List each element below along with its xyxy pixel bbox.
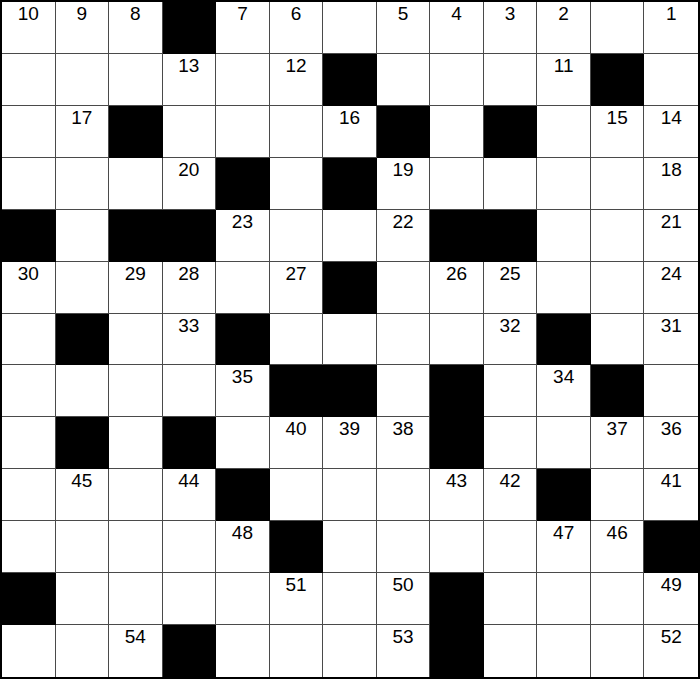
clue-number: 13	[163, 56, 216, 77]
cell-r11c9[interactable]	[430, 521, 484, 573]
cell-r4c3[interactable]	[109, 158, 163, 210]
cell-r13c6[interactable]	[270, 625, 324, 677]
cell-r2c3[interactable]	[109, 54, 163, 106]
cell-r10c12[interactable]	[591, 469, 645, 521]
cell-r12c11[interactable]	[537, 573, 591, 625]
cell-r10c4[interactable]: 44	[163, 469, 217, 521]
clue-number: 17	[56, 108, 109, 129]
cell-r11c11[interactable]: 47	[537, 521, 591, 573]
cell-r7c6[interactable]	[270, 314, 324, 366]
cell-r2c8[interactable]	[377, 54, 431, 106]
cell-r6c5[interactable]	[216, 262, 270, 314]
black-cell-r12c9	[430, 573, 484, 625]
clue-number: 54	[109, 627, 162, 648]
cell-r5c6[interactable]	[270, 210, 324, 262]
cell-r6c1[interactable]: 30	[2, 262, 56, 314]
cell-r6c2[interactable]	[56, 262, 110, 314]
cell-r10c13[interactable]: 41	[644, 469, 698, 521]
cell-r2c6[interactable]: 12	[270, 54, 324, 106]
clue-number: 4	[430, 4, 483, 25]
cell-r5c8[interactable]: 22	[377, 210, 431, 262]
cell-r11c2[interactable]	[56, 521, 110, 573]
cell-r8c3[interactable]	[109, 365, 163, 417]
black-cell-r9c2	[56, 417, 110, 469]
cell-r1c10[interactable]: 3	[484, 2, 538, 54]
cell-r12c13[interactable]: 49	[644, 573, 698, 625]
black-cell-r7c5	[216, 314, 270, 366]
cell-r7c10[interactable]: 32	[484, 314, 538, 366]
cell-r8c2[interactable]	[56, 365, 110, 417]
crossword-board: 1098765432113121117161514201918232221302…	[0, 0, 700, 679]
black-cell-r8c6	[270, 365, 324, 417]
black-cell-r9c4	[163, 417, 217, 469]
black-cell-r5c10	[484, 210, 538, 262]
cell-r2c10[interactable]	[484, 54, 538, 106]
cell-r9c10[interactable]	[484, 417, 538, 469]
cell-r8c11[interactable]: 34	[537, 365, 591, 417]
cell-r2c9[interactable]	[430, 54, 484, 106]
cell-r5c2[interactable]	[56, 210, 110, 262]
black-cell-r11c6	[270, 521, 324, 573]
cell-r11c12[interactable]: 46	[591, 521, 645, 573]
cell-r12c4[interactable]	[163, 573, 217, 625]
cell-r7c7[interactable]	[323, 314, 377, 366]
cell-r13c7[interactable]	[323, 625, 377, 677]
black-cell-r7c2	[56, 314, 110, 366]
black-cell-r8c9	[430, 365, 484, 417]
cell-r13c8[interactable]: 53	[377, 625, 431, 677]
cell-r1c11[interactable]: 2	[537, 2, 591, 54]
black-cell-r6c7	[323, 262, 377, 314]
cell-r13c12[interactable]	[591, 625, 645, 677]
black-cell-r8c12	[591, 365, 645, 417]
clue-number: 45	[56, 471, 109, 492]
cell-r13c10[interactable]	[484, 625, 538, 677]
clue-number: 40	[270, 419, 323, 440]
black-cell-r4c7	[323, 158, 377, 210]
cell-r2c13[interactable]	[644, 54, 698, 106]
cell-r4c8[interactable]: 19	[377, 158, 431, 210]
black-cell-r10c5	[216, 469, 270, 521]
cell-r4c11[interactable]	[537, 158, 591, 210]
cell-r3c9[interactable]	[430, 106, 484, 158]
cell-r1c8[interactable]: 5	[377, 2, 431, 54]
black-cell-r3c3	[109, 106, 163, 158]
cell-r13c1[interactable]	[2, 625, 56, 677]
clue-number: 7	[216, 4, 269, 25]
clue-number: 43	[430, 471, 483, 492]
black-cell-r3c10	[484, 106, 538, 158]
clue-number: 49	[644, 575, 698, 596]
black-cell-r8c7	[323, 365, 377, 417]
cell-r4c2[interactable]	[56, 158, 110, 210]
clue-number: 44	[163, 471, 216, 492]
cell-r7c13[interactable]: 31	[644, 314, 698, 366]
cell-r12c12[interactable]	[591, 573, 645, 625]
clue-number: 34	[537, 367, 590, 388]
cell-r2c5[interactable]	[216, 54, 270, 106]
cell-r8c5[interactable]: 35	[216, 365, 270, 417]
cell-r11c3[interactable]	[109, 521, 163, 573]
cell-r12c2[interactable]	[56, 573, 110, 625]
cell-r1c9[interactable]: 4	[430, 2, 484, 54]
cell-r11c4[interactable]	[163, 521, 217, 573]
cell-r3c6[interactable]	[270, 106, 324, 158]
clue-number: 12	[270, 56, 323, 77]
clue-number: 41	[644, 471, 698, 492]
cell-r3c5[interactable]	[216, 106, 270, 158]
clue-number: 9	[56, 4, 109, 25]
black-cell-r5c4	[163, 210, 217, 262]
cell-r5c7[interactable]	[323, 210, 377, 262]
cell-r11c5[interactable]: 48	[216, 521, 270, 573]
clue-number: 52	[644, 627, 698, 648]
cell-r3c2[interactable]: 17	[56, 106, 110, 158]
cell-r9c8[interactable]: 38	[377, 417, 431, 469]
cell-r8c8[interactable]	[377, 365, 431, 417]
cell-r5c11[interactable]	[537, 210, 591, 262]
cell-r10c6[interactable]	[270, 469, 324, 521]
cell-r1c13[interactable]: 1	[644, 2, 698, 54]
black-cell-r5c9	[430, 210, 484, 262]
cell-r3c13[interactable]: 14	[644, 106, 698, 158]
cell-r10c2[interactable]: 45	[56, 469, 110, 521]
cell-r6c8[interactable]	[377, 262, 431, 314]
cell-r8c10[interactable]	[484, 365, 538, 417]
cell-r12c10[interactable]	[484, 573, 538, 625]
cell-r1c3[interactable]: 8	[109, 2, 163, 54]
clue-number: 50	[377, 575, 430, 596]
black-cell-r1c4	[163, 2, 217, 54]
cell-r8c1[interactable]	[2, 365, 56, 417]
cell-r5c13[interactable]: 21	[644, 210, 698, 262]
cell-r9c7[interactable]: 39	[323, 417, 377, 469]
cell-r9c5[interactable]	[216, 417, 270, 469]
clue-number: 2	[537, 4, 590, 25]
cell-r7c4[interactable]: 33	[163, 314, 217, 366]
cell-r9c6[interactable]: 40	[270, 417, 324, 469]
clue-number: 8	[109, 4, 162, 25]
clue-number: 15	[591, 108, 644, 129]
clue-number: 39	[323, 419, 376, 440]
black-cell-r3c8	[377, 106, 431, 158]
cell-r4c4[interactable]: 20	[163, 158, 217, 210]
cell-r12c6[interactable]: 51	[270, 573, 324, 625]
cell-r7c3[interactable]	[109, 314, 163, 366]
cell-r7c1[interactable]	[2, 314, 56, 366]
cell-r7c8[interactable]	[377, 314, 431, 366]
cell-r8c4[interactable]	[163, 365, 217, 417]
cell-r6c12[interactable]	[591, 262, 645, 314]
cell-r6c3[interactable]: 29	[109, 262, 163, 314]
black-cell-r7c11	[537, 314, 591, 366]
clue-number: 19	[377, 160, 430, 181]
cell-r9c13[interactable]: 36	[644, 417, 698, 469]
cell-r12c5[interactable]	[216, 573, 270, 625]
cell-r13c3[interactable]: 54	[109, 625, 163, 677]
black-cell-r2c7	[323, 54, 377, 106]
cell-r4c12[interactable]	[591, 158, 645, 210]
cell-r13c11[interactable]	[537, 625, 591, 677]
black-cell-r11c13	[644, 521, 698, 573]
cell-r9c12[interactable]: 37	[591, 417, 645, 469]
cell-r3c1[interactable]	[2, 106, 56, 158]
clue-number: 21	[644, 212, 698, 233]
cell-r6c6[interactable]: 27	[270, 262, 324, 314]
cell-r11c1[interactable]	[2, 521, 56, 573]
cell-r3c4[interactable]	[163, 106, 217, 158]
cell-r6c9[interactable]: 26	[430, 262, 484, 314]
black-cell-r12c1	[2, 573, 56, 625]
clue-number: 16	[323, 108, 376, 129]
clue-number: 20	[163, 160, 216, 181]
cell-r13c13[interactable]: 52	[644, 625, 698, 677]
cell-r10c10[interactable]: 42	[484, 469, 538, 521]
black-cell-r5c3	[109, 210, 163, 262]
clue-number: 37	[591, 419, 644, 440]
cell-r7c9[interactable]	[430, 314, 484, 366]
cell-r12c8[interactable]: 50	[377, 573, 431, 625]
clue-number: 11	[537, 56, 590, 77]
cell-r11c8[interactable]	[377, 521, 431, 573]
cell-r2c11[interactable]: 11	[537, 54, 591, 106]
clue-number: 48	[216, 523, 269, 544]
cell-r1c6[interactable]: 6	[270, 2, 324, 54]
black-cell-r10c11	[537, 469, 591, 521]
cell-r10c3[interactable]	[109, 469, 163, 521]
black-cell-r4c5	[216, 158, 270, 210]
cell-r6c13[interactable]: 24	[644, 262, 698, 314]
cell-r11c10[interactable]	[484, 521, 538, 573]
cell-r10c1[interactable]	[2, 469, 56, 521]
cell-r13c5[interactable]	[216, 625, 270, 677]
clue-number: 28	[163, 264, 216, 285]
cell-r9c1[interactable]	[2, 417, 56, 469]
black-cell-r2c12	[591, 54, 645, 106]
cell-r9c3[interactable]	[109, 417, 163, 469]
clue-number: 32	[484, 316, 537, 337]
clue-number: 33	[163, 316, 216, 337]
cell-r4c10[interactable]	[484, 158, 538, 210]
cell-r6c4[interactable]: 28	[163, 262, 217, 314]
cell-r13c2[interactable]	[56, 625, 110, 677]
cell-r2c2[interactable]	[56, 54, 110, 106]
cell-r2c1[interactable]	[2, 54, 56, 106]
clue-number: 36	[644, 419, 698, 440]
cell-r10c7[interactable]	[323, 469, 377, 521]
cell-r10c9[interactable]: 43	[430, 469, 484, 521]
clue-number: 26	[430, 264, 483, 285]
cell-r1c5[interactable]: 7	[216, 2, 270, 54]
cell-r7c12[interactable]	[591, 314, 645, 366]
cell-r1c7[interactable]	[323, 2, 377, 54]
cell-r8c13[interactable]	[644, 365, 698, 417]
cell-r12c7[interactable]	[323, 573, 377, 625]
clue-number: 35	[216, 367, 269, 388]
cell-r11c7[interactable]	[323, 521, 377, 573]
cell-r1c2[interactable]: 9	[56, 2, 110, 54]
clue-number: 46	[591, 523, 644, 544]
cell-r3c12[interactable]: 15	[591, 106, 645, 158]
clue-number: 10	[2, 4, 55, 25]
clue-number: 31	[644, 316, 698, 337]
clue-number: 24	[644, 264, 698, 285]
cell-r1c12[interactable]	[591, 2, 645, 54]
clue-number: 23	[216, 212, 269, 233]
clue-number: 47	[537, 523, 590, 544]
cell-r5c12[interactable]	[591, 210, 645, 262]
cell-r1c1[interactable]: 10	[2, 2, 56, 54]
clue-number: 30	[2, 264, 55, 285]
clue-number: 22	[377, 212, 430, 233]
clue-number: 5	[377, 4, 430, 25]
clue-number: 25	[484, 264, 537, 285]
clue-number: 18	[644, 160, 698, 181]
clue-number: 53	[377, 627, 430, 648]
black-cell-r13c4	[163, 625, 217, 677]
clue-number: 14	[644, 108, 698, 129]
cell-r2c4[interactable]: 13	[163, 54, 217, 106]
clue-number: 3	[484, 4, 537, 25]
clue-number: 6	[270, 4, 323, 25]
cell-r4c9[interactable]	[430, 158, 484, 210]
black-cell-r13c9	[430, 625, 484, 677]
cell-r4c1[interactable]	[2, 158, 56, 210]
cell-r4c6[interactable]	[270, 158, 324, 210]
black-cell-r9c9	[430, 417, 484, 469]
cell-r4c13[interactable]: 18	[644, 158, 698, 210]
clue-number: 42	[484, 471, 537, 492]
cell-r6c11[interactable]	[537, 262, 591, 314]
clue-number: 51	[270, 575, 323, 596]
cell-r10c8[interactable]	[377, 469, 431, 521]
cell-r5c5[interactable]: 23	[216, 210, 270, 262]
clue-number: 29	[109, 264, 162, 285]
black-cell-r5c1	[2, 210, 56, 262]
clue-number: 38	[377, 419, 430, 440]
cell-r12c3[interactable]	[109, 573, 163, 625]
clue-number: 1	[644, 4, 698, 25]
cell-r6c10[interactable]: 25	[484, 262, 538, 314]
cell-r9c11[interactable]	[537, 417, 591, 469]
cell-r3c11[interactable]	[537, 106, 591, 158]
cell-r3c7[interactable]: 16	[323, 106, 377, 158]
clue-number: 27	[270, 264, 323, 285]
